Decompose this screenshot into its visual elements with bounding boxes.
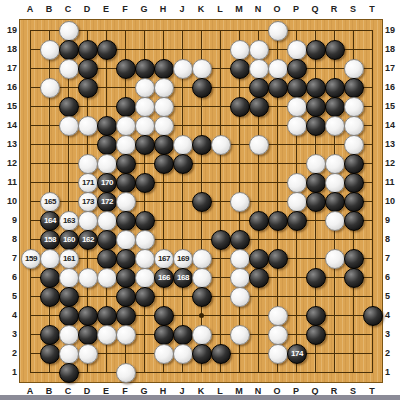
intersection-H1[interactable] — [154, 363, 173, 382]
intersection-Q5[interactable] — [306, 287, 325, 306]
intersection-H2[interactable] — [154, 344, 173, 363]
intersection-L1[interactable] — [211, 363, 230, 382]
intersection-P1[interactable] — [287, 363, 306, 382]
intersection-T1[interactable] — [363, 363, 382, 382]
intersection-E9[interactable] — [97, 211, 116, 230]
intersection-D12[interactable] — [78, 154, 97, 173]
intersection-L7[interactable] — [211, 249, 230, 268]
intersection-M17[interactable] — [230, 59, 249, 78]
intersection-K5[interactable] — [192, 287, 211, 306]
intersection-S14[interactable] — [344, 116, 363, 135]
intersection-O18[interactable] — [268, 40, 287, 59]
intersection-Q9[interactable] — [306, 211, 325, 230]
intersection-O1[interactable] — [268, 363, 287, 382]
intersection-Q8[interactable] — [306, 230, 325, 249]
intersection-N16[interactable] — [249, 78, 268, 97]
intersection-F6[interactable] — [116, 268, 135, 287]
intersection-N5[interactable] — [249, 287, 268, 306]
intersection-K3[interactable] — [192, 325, 211, 344]
intersection-K11[interactable] — [192, 173, 211, 192]
intersection-S10[interactable] — [344, 192, 363, 211]
intersection-L15[interactable] — [211, 97, 230, 116]
intersection-F12[interactable] — [116, 154, 135, 173]
intersection-N9[interactable] — [249, 211, 268, 230]
intersection-M1[interactable] — [230, 363, 249, 382]
intersection-A15[interactable] — [21, 97, 40, 116]
intersection-M3[interactable] — [230, 325, 249, 344]
intersection-A10[interactable] — [21, 192, 40, 211]
intersection-B3[interactable] — [40, 325, 59, 344]
intersection-G13[interactable] — [135, 135, 154, 154]
intersection-S7[interactable] — [344, 249, 363, 268]
intersection-S6[interactable] — [344, 268, 363, 287]
intersection-M7[interactable] — [230, 249, 249, 268]
intersection-T19[interactable] — [363, 21, 382, 40]
intersection-J9[interactable] — [173, 211, 192, 230]
intersection-O12[interactable] — [268, 154, 287, 173]
intersection-S16[interactable] — [344, 78, 363, 97]
intersection-Q15[interactable] — [306, 97, 325, 116]
intersection-D10[interactable]: 173 — [78, 192, 97, 211]
intersection-D17[interactable] — [78, 59, 97, 78]
intersection-B13[interactable] — [40, 135, 59, 154]
intersection-J8[interactable] — [173, 230, 192, 249]
intersection-L12[interactable] — [211, 154, 230, 173]
intersection-O17[interactable] — [268, 59, 287, 78]
intersection-R5[interactable] — [325, 287, 344, 306]
intersection-F4[interactable] — [116, 306, 135, 325]
intersection-J15[interactable] — [173, 97, 192, 116]
intersection-N14[interactable] — [249, 116, 268, 135]
intersection-L16[interactable] — [211, 78, 230, 97]
intersection-N13[interactable] — [249, 135, 268, 154]
intersection-B17[interactable] — [40, 59, 59, 78]
intersection-K18[interactable] — [192, 40, 211, 59]
intersection-O4[interactable] — [268, 306, 287, 325]
intersection-A2[interactable] — [21, 344, 40, 363]
intersection-J6[interactable]: 168 — [173, 268, 192, 287]
intersection-H15[interactable] — [154, 97, 173, 116]
intersection-J4[interactable] — [173, 306, 192, 325]
intersection-J18[interactable] — [173, 40, 192, 59]
intersection-K6[interactable] — [192, 268, 211, 287]
intersection-D3[interactable] — [78, 325, 97, 344]
intersection-D4[interactable] — [78, 306, 97, 325]
intersection-F19[interactable] — [116, 21, 135, 40]
intersection-B15[interactable] — [40, 97, 59, 116]
intersection-N18[interactable] — [249, 40, 268, 59]
intersection-D6[interactable] — [78, 268, 97, 287]
intersection-F18[interactable] — [116, 40, 135, 59]
intersection-T12[interactable] — [363, 154, 382, 173]
intersection-P11[interactable] — [287, 173, 306, 192]
intersection-G12[interactable] — [135, 154, 154, 173]
intersection-L14[interactable] — [211, 116, 230, 135]
intersection-P6[interactable] — [287, 268, 306, 287]
intersection-M9[interactable] — [230, 211, 249, 230]
intersection-N19[interactable] — [249, 21, 268, 40]
intersection-G15[interactable] — [135, 97, 154, 116]
intersection-A5[interactable] — [21, 287, 40, 306]
intersection-J11[interactable] — [173, 173, 192, 192]
intersection-E18[interactable] — [97, 40, 116, 59]
intersection-L4[interactable] — [211, 306, 230, 325]
intersection-G4[interactable] — [135, 306, 154, 325]
intersection-R17[interactable] — [325, 59, 344, 78]
intersection-K14[interactable] — [192, 116, 211, 135]
intersection-C15[interactable] — [59, 97, 78, 116]
intersection-B1[interactable] — [40, 363, 59, 382]
intersection-L3[interactable] — [211, 325, 230, 344]
intersection-S15[interactable] — [344, 97, 363, 116]
intersection-H11[interactable] — [154, 173, 173, 192]
intersection-F7[interactable] — [116, 249, 135, 268]
intersection-B19[interactable] — [40, 21, 59, 40]
intersection-S19[interactable] — [344, 21, 363, 40]
intersection-A17[interactable] — [21, 59, 40, 78]
intersection-S13[interactable] — [344, 135, 363, 154]
intersection-B18[interactable] — [40, 40, 59, 59]
intersection-H18[interactable] — [154, 40, 173, 59]
intersection-K15[interactable] — [192, 97, 211, 116]
intersection-K7[interactable] — [192, 249, 211, 268]
intersection-L13[interactable] — [211, 135, 230, 154]
intersection-R7[interactable] — [325, 249, 344, 268]
intersection-G5[interactable] — [135, 287, 154, 306]
intersection-L18[interactable] — [211, 40, 230, 59]
intersection-P10[interactable] — [287, 192, 306, 211]
intersection-G16[interactable] — [135, 78, 154, 97]
intersection-T3[interactable] — [363, 325, 382, 344]
intersection-C1[interactable] — [59, 363, 78, 382]
intersection-M14[interactable] — [230, 116, 249, 135]
intersection-P4[interactable] — [287, 306, 306, 325]
intersection-A9[interactable] — [21, 211, 40, 230]
intersection-C17[interactable] — [59, 59, 78, 78]
intersection-N7[interactable] — [249, 249, 268, 268]
intersection-C5[interactable] — [59, 287, 78, 306]
intersection-M16[interactable] — [230, 78, 249, 97]
intersection-L8[interactable] — [211, 230, 230, 249]
intersection-G2[interactable] — [135, 344, 154, 363]
intersection-G10[interactable] — [135, 192, 154, 211]
intersection-Q17[interactable] — [306, 59, 325, 78]
intersection-K8[interactable] — [192, 230, 211, 249]
intersection-K2[interactable] — [192, 344, 211, 363]
intersection-C7[interactable]: 161 — [59, 249, 78, 268]
intersection-O9[interactable] — [268, 211, 287, 230]
intersection-F13[interactable] — [116, 135, 135, 154]
intersection-Q18[interactable] — [306, 40, 325, 59]
intersection-R4[interactable] — [325, 306, 344, 325]
intersection-M11[interactable] — [230, 173, 249, 192]
intersection-G3[interactable] — [135, 325, 154, 344]
intersection-N2[interactable] — [249, 344, 268, 363]
intersection-A11[interactable] — [21, 173, 40, 192]
intersection-C13[interactable] — [59, 135, 78, 154]
intersection-J10[interactable] — [173, 192, 192, 211]
intersection-K10[interactable] — [192, 192, 211, 211]
intersection-C6[interactable] — [59, 268, 78, 287]
intersection-M5[interactable] — [230, 287, 249, 306]
intersection-E10[interactable]: 172 — [97, 192, 116, 211]
intersection-N12[interactable] — [249, 154, 268, 173]
intersection-O8[interactable] — [268, 230, 287, 249]
intersection-P2[interactable]: 174 — [287, 344, 306, 363]
intersection-J3[interactable] — [173, 325, 192, 344]
intersection-K16[interactable] — [192, 78, 211, 97]
intersection-L11[interactable] — [211, 173, 230, 192]
intersection-F3[interactable] — [116, 325, 135, 344]
intersection-S8[interactable] — [344, 230, 363, 249]
intersection-O3[interactable] — [268, 325, 287, 344]
intersection-Q3[interactable] — [306, 325, 325, 344]
intersection-A19[interactable] — [21, 21, 40, 40]
intersection-A7[interactable]: 159 — [21, 249, 40, 268]
intersection-J16[interactable] — [173, 78, 192, 97]
intersection-K1[interactable] — [192, 363, 211, 382]
intersection-A3[interactable] — [21, 325, 40, 344]
intersection-J5[interactable] — [173, 287, 192, 306]
intersection-R13[interactable] — [325, 135, 344, 154]
intersection-H4[interactable] — [154, 306, 173, 325]
intersection-T5[interactable] — [363, 287, 382, 306]
intersection-Q6[interactable] — [306, 268, 325, 287]
intersection-Q12[interactable] — [306, 154, 325, 173]
intersection-K9[interactable] — [192, 211, 211, 230]
intersection-G8[interactable] — [135, 230, 154, 249]
intersection-R15[interactable] — [325, 97, 344, 116]
intersection-P5[interactable] — [287, 287, 306, 306]
intersection-N15[interactable] — [249, 97, 268, 116]
intersection-C2[interactable] — [59, 344, 78, 363]
intersection-F8[interactable] — [116, 230, 135, 249]
intersection-C12[interactable] — [59, 154, 78, 173]
intersection-S9[interactable] — [344, 211, 363, 230]
intersection-G7[interactable] — [135, 249, 154, 268]
intersection-M18[interactable] — [230, 40, 249, 59]
intersection-T18[interactable] — [363, 40, 382, 59]
intersection-F16[interactable] — [116, 78, 135, 97]
intersection-G11[interactable] — [135, 173, 154, 192]
intersection-S2[interactable] — [344, 344, 363, 363]
intersection-O5[interactable] — [268, 287, 287, 306]
intersection-B16[interactable] — [40, 78, 59, 97]
intersection-H10[interactable] — [154, 192, 173, 211]
intersection-D13[interactable] — [78, 135, 97, 154]
intersection-Q1[interactable] — [306, 363, 325, 382]
intersection-B11[interactable] — [40, 173, 59, 192]
intersection-M4[interactable] — [230, 306, 249, 325]
intersection-F10[interactable] — [116, 192, 135, 211]
intersection-R1[interactable] — [325, 363, 344, 382]
intersection-E4[interactable] — [97, 306, 116, 325]
intersection-B2[interactable] — [40, 344, 59, 363]
intersection-H13[interactable] — [154, 135, 173, 154]
intersection-C9[interactable]: 163 — [59, 211, 78, 230]
intersection-H9[interactable] — [154, 211, 173, 230]
intersection-D7[interactable] — [78, 249, 97, 268]
intersection-H17[interactable] — [154, 59, 173, 78]
intersection-S3[interactable] — [344, 325, 363, 344]
intersection-H7[interactable]: 167 — [154, 249, 173, 268]
intersection-H14[interactable] — [154, 116, 173, 135]
intersection-M13[interactable] — [230, 135, 249, 154]
intersection-R9[interactable] — [325, 211, 344, 230]
intersection-D15[interactable] — [78, 97, 97, 116]
intersection-E11[interactable]: 170 — [97, 173, 116, 192]
intersection-H12[interactable] — [154, 154, 173, 173]
intersection-T2[interactable] — [363, 344, 382, 363]
intersection-C19[interactable] — [59, 21, 78, 40]
intersection-F2[interactable] — [116, 344, 135, 363]
intersection-H5[interactable] — [154, 287, 173, 306]
intersection-M2[interactable] — [230, 344, 249, 363]
intersection-D14[interactable] — [78, 116, 97, 135]
intersection-S18[interactable] — [344, 40, 363, 59]
intersection-O10[interactable] — [268, 192, 287, 211]
intersection-A16[interactable] — [21, 78, 40, 97]
intersection-T7[interactable] — [363, 249, 382, 268]
intersection-N1[interactable] — [249, 363, 268, 382]
intersection-D19[interactable] — [78, 21, 97, 40]
intersection-S1[interactable] — [344, 363, 363, 382]
intersection-P7[interactable] — [287, 249, 306, 268]
intersection-R2[interactable] — [325, 344, 344, 363]
intersection-T14[interactable] — [363, 116, 382, 135]
intersection-B5[interactable] — [40, 287, 59, 306]
intersection-T6[interactable] — [363, 268, 382, 287]
intersection-E1[interactable] — [97, 363, 116, 382]
intersection-S5[interactable] — [344, 287, 363, 306]
intersection-F1[interactable] — [116, 363, 135, 382]
intersection-T8[interactable] — [363, 230, 382, 249]
intersection-M12[interactable] — [230, 154, 249, 173]
intersection-H3[interactable] — [154, 325, 173, 344]
intersection-K19[interactable] — [192, 21, 211, 40]
intersection-O13[interactable] — [268, 135, 287, 154]
intersection-B10[interactable]: 165 — [40, 192, 59, 211]
intersection-O7[interactable] — [268, 249, 287, 268]
intersection-F15[interactable] — [116, 97, 135, 116]
intersection-K13[interactable] — [192, 135, 211, 154]
intersection-O2[interactable] — [268, 344, 287, 363]
intersection-S12[interactable] — [344, 154, 363, 173]
intersection-F5[interactable] — [116, 287, 135, 306]
intersection-E7[interactable] — [97, 249, 116, 268]
intersection-O6[interactable] — [268, 268, 287, 287]
intersection-P19[interactable] — [287, 21, 306, 40]
intersection-M6[interactable] — [230, 268, 249, 287]
intersection-N8[interactable] — [249, 230, 268, 249]
intersection-G6[interactable] — [135, 268, 154, 287]
intersection-F11[interactable] — [116, 173, 135, 192]
intersection-R6[interactable] — [325, 268, 344, 287]
intersection-R11[interactable] — [325, 173, 344, 192]
intersection-Q14[interactable] — [306, 116, 325, 135]
intersection-J17[interactable] — [173, 59, 192, 78]
intersection-G19[interactable] — [135, 21, 154, 40]
intersection-G9[interactable] — [135, 211, 154, 230]
intersection-L17[interactable] — [211, 59, 230, 78]
intersection-E14[interactable] — [97, 116, 116, 135]
intersection-G14[interactable] — [135, 116, 154, 135]
intersection-K4[interactable] — [192, 306, 211, 325]
intersection-P15[interactable] — [287, 97, 306, 116]
intersection-A18[interactable] — [21, 40, 40, 59]
intersection-J13[interactable] — [173, 135, 192, 154]
intersection-E2[interactable] — [97, 344, 116, 363]
intersection-M10[interactable] — [230, 192, 249, 211]
intersection-T15[interactable] — [363, 97, 382, 116]
intersection-T4[interactable] — [363, 306, 382, 325]
intersection-C8[interactable]: 160 — [59, 230, 78, 249]
intersection-E17[interactable] — [97, 59, 116, 78]
intersection-L19[interactable] — [211, 21, 230, 40]
intersection-D16[interactable] — [78, 78, 97, 97]
intersection-C11[interactable] — [59, 173, 78, 192]
intersection-C3[interactable] — [59, 325, 78, 344]
intersection-P12[interactable] — [287, 154, 306, 173]
intersection-D9[interactable] — [78, 211, 97, 230]
intersection-T10[interactable] — [363, 192, 382, 211]
intersection-B7[interactable] — [40, 249, 59, 268]
intersection-O16[interactable] — [268, 78, 287, 97]
intersection-P8[interactable] — [287, 230, 306, 249]
intersection-C4[interactable] — [59, 306, 78, 325]
intersection-M8[interactable] — [230, 230, 249, 249]
intersection-B4[interactable] — [40, 306, 59, 325]
intersection-T16[interactable] — [363, 78, 382, 97]
intersection-R14[interactable] — [325, 116, 344, 135]
intersection-B6[interactable] — [40, 268, 59, 287]
intersection-E3[interactable] — [97, 325, 116, 344]
intersection-A12[interactable] — [21, 154, 40, 173]
intersection-T13[interactable] — [363, 135, 382, 154]
intersection-O19[interactable] — [268, 21, 287, 40]
intersection-G17[interactable] — [135, 59, 154, 78]
intersection-J2[interactable] — [173, 344, 192, 363]
intersection-G1[interactable] — [135, 363, 154, 382]
intersection-C10[interactable] — [59, 192, 78, 211]
intersection-Q11[interactable] — [306, 173, 325, 192]
intersection-H6[interactable]: 166 — [154, 268, 173, 287]
intersection-J1[interactable] — [173, 363, 192, 382]
intersection-D8[interactable]: 162 — [78, 230, 97, 249]
intersection-N3[interactable] — [249, 325, 268, 344]
intersection-F14[interactable] — [116, 116, 135, 135]
intersection-E16[interactable] — [97, 78, 116, 97]
intersection-A1[interactable] — [21, 363, 40, 382]
intersection-H19[interactable] — [154, 21, 173, 40]
intersection-N17[interactable] — [249, 59, 268, 78]
intersection-E6[interactable] — [97, 268, 116, 287]
intersection-J12[interactable] — [173, 154, 192, 173]
intersection-T17[interactable] — [363, 59, 382, 78]
intersection-P17[interactable] — [287, 59, 306, 78]
intersection-B12[interactable] — [40, 154, 59, 173]
intersection-D11[interactable]: 171 — [78, 173, 97, 192]
intersection-P9[interactable] — [287, 211, 306, 230]
intersection-K12[interactable] — [192, 154, 211, 173]
intersection-K17[interactable] — [192, 59, 211, 78]
intersection-A8[interactable] — [21, 230, 40, 249]
intersection-B9[interactable]: 164 — [40, 211, 59, 230]
intersection-Q19[interactable] — [306, 21, 325, 40]
intersection-R18[interactable] — [325, 40, 344, 59]
intersection-F17[interactable] — [116, 59, 135, 78]
intersection-O11[interactable] — [268, 173, 287, 192]
